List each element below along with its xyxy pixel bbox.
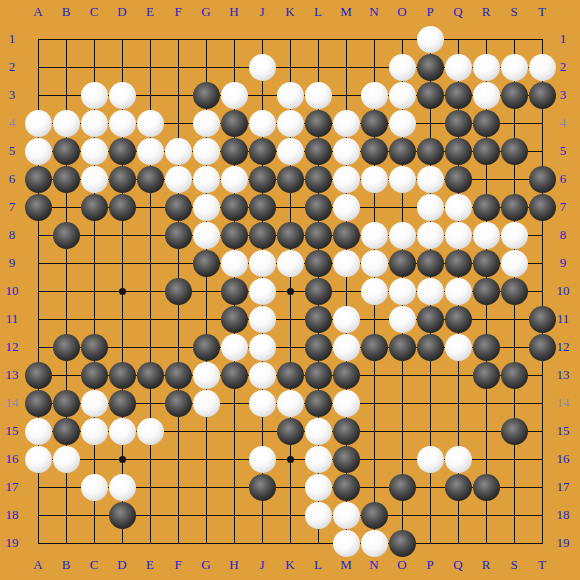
- intersection-O3[interactable]: [388, 81, 416, 109]
- intersection-Q12[interactable]: [444, 333, 472, 361]
- intersection-G16[interactable]: [192, 445, 220, 473]
- intersection-C14[interactable]: [80, 389, 108, 417]
- intersection-S14[interactable]: [500, 389, 528, 417]
- intersection-C19[interactable]: [80, 529, 108, 557]
- intersection-F5[interactable]: [164, 137, 192, 165]
- intersection-S11[interactable]: [500, 305, 528, 333]
- intersection-A16[interactable]: [24, 445, 52, 473]
- intersection-M8[interactable]: [332, 221, 360, 249]
- intersection-S16[interactable]: [500, 445, 528, 473]
- intersection-E11[interactable]: [136, 305, 164, 333]
- intersection-R9[interactable]: [472, 249, 500, 277]
- intersection-K10[interactable]: [276, 277, 304, 305]
- intersection-D11[interactable]: [108, 305, 136, 333]
- intersection-Q11[interactable]: [444, 305, 472, 333]
- intersection-N9[interactable]: [360, 249, 388, 277]
- intersection-Q9[interactable]: [444, 249, 472, 277]
- intersection-S9[interactable]: [500, 249, 528, 277]
- intersection-O7[interactable]: [388, 193, 416, 221]
- intersection-N8[interactable]: [360, 221, 388, 249]
- intersection-D9[interactable]: [108, 249, 136, 277]
- intersection-S17[interactable]: [500, 473, 528, 501]
- intersection-R6[interactable]: [472, 165, 500, 193]
- intersection-A15[interactable]: [24, 417, 52, 445]
- intersection-P15[interactable]: [416, 417, 444, 445]
- intersection-R19[interactable]: [472, 529, 500, 557]
- intersection-F12[interactable]: [164, 333, 192, 361]
- intersection-L4[interactable]: [304, 109, 332, 137]
- intersection-J16[interactable]: [248, 445, 276, 473]
- intersection-K6[interactable]: [276, 165, 304, 193]
- intersection-Q1[interactable]: [444, 25, 472, 53]
- intersection-Q5[interactable]: [444, 137, 472, 165]
- intersection-F6[interactable]: [164, 165, 192, 193]
- intersection-D12[interactable]: [108, 333, 136, 361]
- intersection-H17[interactable]: [220, 473, 248, 501]
- intersection-Q14[interactable]: [444, 389, 472, 417]
- intersection-D13[interactable]: [108, 361, 136, 389]
- intersection-F14[interactable]: [164, 389, 192, 417]
- intersection-J15[interactable]: [248, 417, 276, 445]
- intersection-N7[interactable]: [360, 193, 388, 221]
- intersection-Q19[interactable]: [444, 529, 472, 557]
- intersection-L12[interactable]: [304, 333, 332, 361]
- intersection-E10[interactable]: [136, 277, 164, 305]
- intersection-C7[interactable]: [80, 193, 108, 221]
- intersection-Q15[interactable]: [444, 417, 472, 445]
- intersection-G10[interactable]: [192, 277, 220, 305]
- intersection-H7[interactable]: [220, 193, 248, 221]
- intersection-C8[interactable]: [80, 221, 108, 249]
- intersection-F11[interactable]: [164, 305, 192, 333]
- intersection-L19[interactable]: [304, 529, 332, 557]
- intersection-Q7[interactable]: [444, 193, 472, 221]
- intersection-G9[interactable]: [192, 249, 220, 277]
- intersection-A18[interactable]: [24, 501, 52, 529]
- intersection-T17[interactable]: [528, 473, 556, 501]
- intersection-D3[interactable]: [108, 81, 136, 109]
- intersection-K17[interactable]: [276, 473, 304, 501]
- intersection-B6[interactable]: [52, 165, 80, 193]
- intersection-E9[interactable]: [136, 249, 164, 277]
- intersection-O15[interactable]: [388, 417, 416, 445]
- intersection-M11[interactable]: [332, 305, 360, 333]
- intersection-D7[interactable]: [108, 193, 136, 221]
- intersection-D10[interactable]: [108, 277, 136, 305]
- intersection-N5[interactable]: [360, 137, 388, 165]
- intersection-G19[interactable]: [192, 529, 220, 557]
- intersection-L10[interactable]: [304, 277, 332, 305]
- intersection-T4[interactable]: [528, 109, 556, 137]
- intersection-H5[interactable]: [220, 137, 248, 165]
- intersection-F7[interactable]: [164, 193, 192, 221]
- intersection-E17[interactable]: [136, 473, 164, 501]
- intersection-H14[interactable]: [220, 389, 248, 417]
- intersection-H19[interactable]: [220, 529, 248, 557]
- intersection-S19[interactable]: [500, 529, 528, 557]
- intersection-J9[interactable]: [248, 249, 276, 277]
- intersection-G6[interactable]: [192, 165, 220, 193]
- intersection-K8[interactable]: [276, 221, 304, 249]
- intersection-E6[interactable]: [136, 165, 164, 193]
- intersection-H12[interactable]: [220, 333, 248, 361]
- intersection-F1[interactable]: [164, 25, 192, 53]
- intersection-Q16[interactable]: [444, 445, 472, 473]
- intersection-Q13[interactable]: [444, 361, 472, 389]
- intersection-G8[interactable]: [192, 221, 220, 249]
- intersection-J14[interactable]: [248, 389, 276, 417]
- intersection-S8[interactable]: [500, 221, 528, 249]
- intersection-F10[interactable]: [164, 277, 192, 305]
- intersection-B3[interactable]: [52, 81, 80, 109]
- intersection-B9[interactable]: [52, 249, 80, 277]
- intersection-O8[interactable]: [388, 221, 416, 249]
- intersection-E3[interactable]: [136, 81, 164, 109]
- intersection-B14[interactable]: [52, 389, 80, 417]
- intersection-K5[interactable]: [276, 137, 304, 165]
- intersection-T1[interactable]: [528, 25, 556, 53]
- intersection-S4[interactable]: [500, 109, 528, 137]
- intersection-A9[interactable]: [24, 249, 52, 277]
- intersection-D16[interactable]: [108, 445, 136, 473]
- intersection-S5[interactable]: [500, 137, 528, 165]
- intersection-T8[interactable]: [528, 221, 556, 249]
- intersection-L6[interactable]: [304, 165, 332, 193]
- intersection-G17[interactable]: [192, 473, 220, 501]
- intersection-T3[interactable]: [528, 81, 556, 109]
- intersection-J1[interactable]: [248, 25, 276, 53]
- intersection-C6[interactable]: [80, 165, 108, 193]
- intersection-R4[interactable]: [472, 109, 500, 137]
- intersection-R3[interactable]: [472, 81, 500, 109]
- intersection-J7[interactable]: [248, 193, 276, 221]
- intersection-N12[interactable]: [360, 333, 388, 361]
- intersection-E18[interactable]: [136, 501, 164, 529]
- intersection-J4[interactable]: [248, 109, 276, 137]
- intersection-Q8[interactable]: [444, 221, 472, 249]
- intersection-D2[interactable]: [108, 53, 136, 81]
- intersection-T6[interactable]: [528, 165, 556, 193]
- intersection-E15[interactable]: [136, 417, 164, 445]
- intersection-Q6[interactable]: [444, 165, 472, 193]
- intersection-P17[interactable]: [416, 473, 444, 501]
- intersection-O13[interactable]: [388, 361, 416, 389]
- intersection-O5[interactable]: [388, 137, 416, 165]
- intersection-L16[interactable]: [304, 445, 332, 473]
- intersection-K15[interactable]: [276, 417, 304, 445]
- intersection-J2[interactable]: [248, 53, 276, 81]
- intersection-B13[interactable]: [52, 361, 80, 389]
- intersection-M19[interactable]: [332, 529, 360, 557]
- intersection-A1[interactable]: [24, 25, 52, 53]
- intersection-S7[interactable]: [500, 193, 528, 221]
- intersection-H15[interactable]: [220, 417, 248, 445]
- intersection-G5[interactable]: [192, 137, 220, 165]
- intersection-K11[interactable]: [276, 305, 304, 333]
- intersection-M17[interactable]: [332, 473, 360, 501]
- intersection-C9[interactable]: [80, 249, 108, 277]
- intersection-L14[interactable]: [304, 389, 332, 417]
- intersection-R14[interactable]: [472, 389, 500, 417]
- intersection-P10[interactable]: [416, 277, 444, 305]
- intersection-L2[interactable]: [304, 53, 332, 81]
- intersection-E7[interactable]: [136, 193, 164, 221]
- intersection-H4[interactable]: [220, 109, 248, 137]
- intersection-T18[interactable]: [528, 501, 556, 529]
- intersection-H11[interactable]: [220, 305, 248, 333]
- intersection-F19[interactable]: [164, 529, 192, 557]
- intersection-T14[interactable]: [528, 389, 556, 417]
- intersection-P14[interactable]: [416, 389, 444, 417]
- intersection-T13[interactable]: [528, 361, 556, 389]
- intersection-T7[interactable]: [528, 193, 556, 221]
- intersection-L7[interactable]: [304, 193, 332, 221]
- intersection-O16[interactable]: [388, 445, 416, 473]
- intersection-B18[interactable]: [52, 501, 80, 529]
- intersection-L18[interactable]: [304, 501, 332, 529]
- intersection-K9[interactable]: [276, 249, 304, 277]
- intersection-P3[interactable]: [416, 81, 444, 109]
- intersection-R2[interactable]: [472, 53, 500, 81]
- intersection-K2[interactable]: [276, 53, 304, 81]
- intersection-O14[interactable]: [388, 389, 416, 417]
- intersection-C10[interactable]: [80, 277, 108, 305]
- intersection-N15[interactable]: [360, 417, 388, 445]
- intersection-B1[interactable]: [52, 25, 80, 53]
- intersection-N11[interactable]: [360, 305, 388, 333]
- intersection-D6[interactable]: [108, 165, 136, 193]
- intersection-D19[interactable]: [108, 529, 136, 557]
- intersection-G15[interactable]: [192, 417, 220, 445]
- intersection-P19[interactable]: [416, 529, 444, 557]
- intersection-B2[interactable]: [52, 53, 80, 81]
- intersection-H18[interactable]: [220, 501, 248, 529]
- intersection-M6[interactable]: [332, 165, 360, 193]
- intersection-L13[interactable]: [304, 361, 332, 389]
- intersection-N4[interactable]: [360, 109, 388, 137]
- intersection-A4[interactable]: [24, 109, 52, 137]
- intersection-G13[interactable]: [192, 361, 220, 389]
- intersection-D1[interactable]: [108, 25, 136, 53]
- intersection-B10[interactable]: [52, 277, 80, 305]
- intersection-G14[interactable]: [192, 389, 220, 417]
- intersection-N2[interactable]: [360, 53, 388, 81]
- intersection-P1[interactable]: [416, 25, 444, 53]
- intersection-R13[interactable]: [472, 361, 500, 389]
- intersection-O11[interactable]: [388, 305, 416, 333]
- intersection-M16[interactable]: [332, 445, 360, 473]
- intersection-P8[interactable]: [416, 221, 444, 249]
- intersection-G2[interactable]: [192, 53, 220, 81]
- intersection-L1[interactable]: [304, 25, 332, 53]
- intersection-E2[interactable]: [136, 53, 164, 81]
- intersection-C17[interactable]: [80, 473, 108, 501]
- intersection-J5[interactable]: [248, 137, 276, 165]
- intersection-P12[interactable]: [416, 333, 444, 361]
- intersection-E16[interactable]: [136, 445, 164, 473]
- intersection-P16[interactable]: [416, 445, 444, 473]
- intersection-K19[interactable]: [276, 529, 304, 557]
- intersection-M5[interactable]: [332, 137, 360, 165]
- intersection-B4[interactable]: [52, 109, 80, 137]
- intersection-T15[interactable]: [528, 417, 556, 445]
- intersection-M7[interactable]: [332, 193, 360, 221]
- intersection-G12[interactable]: [192, 333, 220, 361]
- intersection-H2[interactable]: [220, 53, 248, 81]
- intersection-M1[interactable]: [332, 25, 360, 53]
- intersection-O4[interactable]: [388, 109, 416, 137]
- intersection-K1[interactable]: [276, 25, 304, 53]
- intersection-T2[interactable]: [528, 53, 556, 81]
- intersection-M10[interactable]: [332, 277, 360, 305]
- intersection-C12[interactable]: [80, 333, 108, 361]
- intersection-A17[interactable]: [24, 473, 52, 501]
- intersection-R5[interactable]: [472, 137, 500, 165]
- intersection-M13[interactable]: [332, 361, 360, 389]
- intersection-N17[interactable]: [360, 473, 388, 501]
- intersection-A14[interactable]: [24, 389, 52, 417]
- intersection-L11[interactable]: [304, 305, 332, 333]
- intersection-H3[interactable]: [220, 81, 248, 109]
- intersection-G7[interactable]: [192, 193, 220, 221]
- intersection-H8[interactable]: [220, 221, 248, 249]
- intersection-D17[interactable]: [108, 473, 136, 501]
- intersection-D5[interactable]: [108, 137, 136, 165]
- intersection-C3[interactable]: [80, 81, 108, 109]
- intersection-E19[interactable]: [136, 529, 164, 557]
- intersection-K4[interactable]: [276, 109, 304, 137]
- intersection-J18[interactable]: [248, 501, 276, 529]
- intersection-N14[interactable]: [360, 389, 388, 417]
- intersection-E14[interactable]: [136, 389, 164, 417]
- intersection-D18[interactable]: [108, 501, 136, 529]
- intersection-C4[interactable]: [80, 109, 108, 137]
- intersection-H10[interactable]: [220, 277, 248, 305]
- intersection-D8[interactable]: [108, 221, 136, 249]
- intersection-E13[interactable]: [136, 361, 164, 389]
- intersection-S6[interactable]: [500, 165, 528, 193]
- intersection-O17[interactable]: [388, 473, 416, 501]
- intersection-N13[interactable]: [360, 361, 388, 389]
- intersection-L5[interactable]: [304, 137, 332, 165]
- intersection-O18[interactable]: [388, 501, 416, 529]
- intersection-R18[interactable]: [472, 501, 500, 529]
- intersection-S2[interactable]: [500, 53, 528, 81]
- intersection-T5[interactable]: [528, 137, 556, 165]
- intersection-E1[interactable]: [136, 25, 164, 53]
- intersection-R15[interactable]: [472, 417, 500, 445]
- intersection-L9[interactable]: [304, 249, 332, 277]
- intersection-R16[interactable]: [472, 445, 500, 473]
- intersection-F15[interactable]: [164, 417, 192, 445]
- intersection-N10[interactable]: [360, 277, 388, 305]
- intersection-S13[interactable]: [500, 361, 528, 389]
- intersection-N6[interactable]: [360, 165, 388, 193]
- intersection-E8[interactable]: [136, 221, 164, 249]
- intersection-F4[interactable]: [164, 109, 192, 137]
- intersection-J19[interactable]: [248, 529, 276, 557]
- intersection-C18[interactable]: [80, 501, 108, 529]
- intersection-R10[interactable]: [472, 277, 500, 305]
- intersection-F3[interactable]: [164, 81, 192, 109]
- intersection-J17[interactable]: [248, 473, 276, 501]
- intersection-O12[interactable]: [388, 333, 416, 361]
- intersection-B7[interactable]: [52, 193, 80, 221]
- intersection-O19[interactable]: [388, 529, 416, 557]
- intersection-A19[interactable]: [24, 529, 52, 557]
- intersection-T19[interactable]: [528, 529, 556, 557]
- intersection-F2[interactable]: [164, 53, 192, 81]
- intersection-G4[interactable]: [192, 109, 220, 137]
- intersection-S12[interactable]: [500, 333, 528, 361]
- intersection-B11[interactable]: [52, 305, 80, 333]
- intersection-K3[interactable]: [276, 81, 304, 109]
- intersection-Q4[interactable]: [444, 109, 472, 137]
- intersection-R12[interactable]: [472, 333, 500, 361]
- intersection-J10[interactable]: [248, 277, 276, 305]
- intersection-F8[interactable]: [164, 221, 192, 249]
- intersection-M14[interactable]: [332, 389, 360, 417]
- intersection-S1[interactable]: [500, 25, 528, 53]
- intersection-P9[interactable]: [416, 249, 444, 277]
- intersection-M3[interactable]: [332, 81, 360, 109]
- intersection-K12[interactable]: [276, 333, 304, 361]
- intersection-S18[interactable]: [500, 501, 528, 529]
- intersection-S3[interactable]: [500, 81, 528, 109]
- intersection-A2[interactable]: [24, 53, 52, 81]
- intersection-C1[interactable]: [80, 25, 108, 53]
- intersection-E4[interactable]: [136, 109, 164, 137]
- intersection-T16[interactable]: [528, 445, 556, 473]
- intersection-O10[interactable]: [388, 277, 416, 305]
- intersection-Q10[interactable]: [444, 277, 472, 305]
- intersection-E5[interactable]: [136, 137, 164, 165]
- intersection-A5[interactable]: [24, 137, 52, 165]
- intersection-M18[interactable]: [332, 501, 360, 529]
- intersection-C13[interactable]: [80, 361, 108, 389]
- intersection-K18[interactable]: [276, 501, 304, 529]
- intersection-O2[interactable]: [388, 53, 416, 81]
- intersection-B8[interactable]: [52, 221, 80, 249]
- intersection-O6[interactable]: [388, 165, 416, 193]
- intersection-D15[interactable]: [108, 417, 136, 445]
- intersection-L17[interactable]: [304, 473, 332, 501]
- intersection-H16[interactable]: [220, 445, 248, 473]
- intersection-A11[interactable]: [24, 305, 52, 333]
- intersection-S15[interactable]: [500, 417, 528, 445]
- intersection-Q18[interactable]: [444, 501, 472, 529]
- intersection-C11[interactable]: [80, 305, 108, 333]
- intersection-N16[interactable]: [360, 445, 388, 473]
- intersection-C16[interactable]: [80, 445, 108, 473]
- intersection-B16[interactable]: [52, 445, 80, 473]
- intersection-M15[interactable]: [332, 417, 360, 445]
- intersection-B15[interactable]: [52, 417, 80, 445]
- intersection-H1[interactable]: [220, 25, 248, 53]
- intersection-A13[interactable]: [24, 361, 52, 389]
- intersection-F13[interactable]: [164, 361, 192, 389]
- intersection-G3[interactable]: [192, 81, 220, 109]
- intersection-H6[interactable]: [220, 165, 248, 193]
- intersection-H13[interactable]: [220, 361, 248, 389]
- intersection-P11[interactable]: [416, 305, 444, 333]
- intersection-F16[interactable]: [164, 445, 192, 473]
- intersection-M2[interactable]: [332, 53, 360, 81]
- intersection-P5[interactable]: [416, 137, 444, 165]
- intersection-B5[interactable]: [52, 137, 80, 165]
- intersection-A6[interactable]: [24, 165, 52, 193]
- intersection-N19[interactable]: [360, 529, 388, 557]
